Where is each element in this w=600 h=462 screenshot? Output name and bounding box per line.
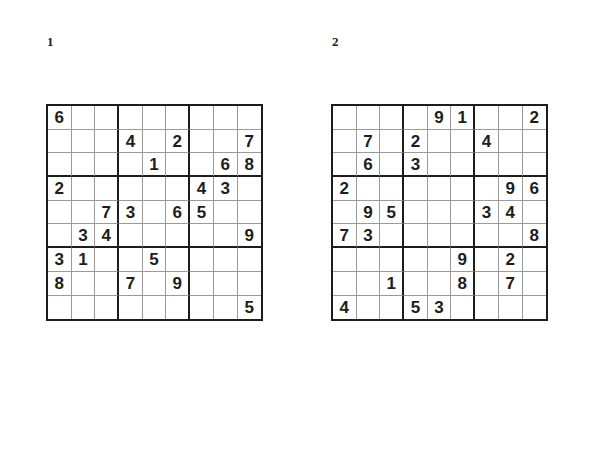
puzzle-2-cell-r3c2: 6	[357, 153, 381, 177]
puzzle-2-cell-r6c9: 8	[523, 224, 547, 248]
puzzle-2-cell-r9c1: 4	[333, 296, 357, 320]
puzzle-1-cell-r1c3	[95, 106, 119, 130]
puzzle-1-cell-r2c1	[48, 130, 72, 154]
puzzle-1-cell-r8c1: 8	[48, 272, 72, 296]
puzzle-2-cell-r5c5	[428, 201, 452, 225]
puzzle-1-cell-r3c2	[72, 153, 96, 177]
puzzle-2-cell-r2c6	[451, 130, 475, 154]
puzzle-2-cell-r1c8	[499, 106, 523, 130]
puzzle-1-cell-r4c8: 3	[214, 177, 238, 201]
puzzle-2-cell-r3c1	[333, 153, 357, 177]
puzzle-1-cell-r7c6	[166, 248, 190, 272]
puzzle-1-cell-r9c1	[48, 296, 72, 320]
puzzle-1-cell-r2c9: 7	[238, 130, 262, 154]
puzzle-1-cell-r8c8	[214, 272, 238, 296]
puzzle-2-cell-r7c8: 2	[499, 248, 523, 272]
puzzle-1-cell-r3c6	[166, 153, 190, 177]
puzzle-2-cell-r1c6: 1	[451, 106, 475, 130]
puzzle-1-cell-r8c6: 9	[166, 272, 190, 296]
sudoku-page: 1 642716824373653493158795 2 91272463296…	[0, 0, 600, 462]
puzzle-2-cell-r8c1	[333, 272, 357, 296]
puzzle-1-cell-r8c3	[95, 272, 119, 296]
puzzle-1-cell-r4c4	[119, 177, 143, 201]
puzzle-1-cell-r6c5	[143, 224, 167, 248]
puzzle-1-grid: 642716824373653493158795	[46, 104, 263, 321]
puzzle-1: 1 642716824373653493158795	[46, 34, 263, 321]
puzzle-2-cell-r5c7: 3	[475, 201, 499, 225]
puzzle-2-cell-r5c8: 4	[499, 201, 523, 225]
puzzle-2-cell-r9c9	[523, 296, 547, 320]
puzzle-2-cell-r7c2	[357, 248, 381, 272]
puzzle-1-cell-r3c3	[95, 153, 119, 177]
puzzle-2-cell-r4c7	[475, 177, 499, 201]
puzzle-1-cell-r2c4: 4	[119, 130, 143, 154]
puzzle-2-cell-r7c9	[523, 248, 547, 272]
puzzle-2-cell-r9c8	[499, 296, 523, 320]
puzzle-1-cell-r9c6	[166, 296, 190, 320]
puzzle-2-cell-r3c9	[523, 153, 547, 177]
puzzle-2-cell-r7c3	[380, 248, 404, 272]
puzzle-1-cell-r6c3: 4	[95, 224, 119, 248]
puzzle-2-cell-r4c6	[451, 177, 475, 201]
puzzle-2-cell-r7c7	[475, 248, 499, 272]
puzzle-1-cell-r2c3	[95, 130, 119, 154]
puzzle-2-cell-r7c5	[428, 248, 452, 272]
puzzle-1-cell-r7c8	[214, 248, 238, 272]
puzzle-1-cell-r6c1	[48, 224, 72, 248]
puzzle-2-cell-r5c3: 5	[380, 201, 404, 225]
puzzle-2-cell-r6c5	[428, 224, 452, 248]
puzzle-2-cell-r6c8	[499, 224, 523, 248]
puzzle-2-cell-r1c5: 9	[428, 106, 452, 130]
puzzle-2-cell-r3c5	[428, 153, 452, 177]
puzzle-1-cell-r4c2	[72, 177, 96, 201]
puzzle-1-cell-r5c6: 6	[166, 201, 190, 225]
puzzle-1-cell-r8c5	[143, 272, 167, 296]
puzzle-2-cell-r4c2	[357, 177, 381, 201]
puzzle-1-cell-r3c1	[48, 153, 72, 177]
puzzle-1-cell-r2c2	[72, 130, 96, 154]
puzzle-2-cell-r2c5	[428, 130, 452, 154]
puzzle-1-cell-r5c1	[48, 201, 72, 225]
puzzle-1-cell-r5c3: 7	[95, 201, 119, 225]
puzzle-2-cell-r7c4	[404, 248, 428, 272]
puzzle-1-cell-r6c7	[190, 224, 214, 248]
puzzle-2-cell-r8c3: 1	[380, 272, 404, 296]
puzzle-1-cell-r6c4	[119, 224, 143, 248]
puzzle-2-cell-r6c2: 3	[357, 224, 381, 248]
puzzle-2-cell-r8c5	[428, 272, 452, 296]
puzzle-1-cell-r1c5	[143, 106, 167, 130]
puzzle-1-cell-r3c8: 6	[214, 153, 238, 177]
puzzle-1-cell-r4c1: 2	[48, 177, 72, 201]
puzzle-1-cell-r3c9: 8	[238, 153, 262, 177]
puzzle-2-cell-r6c3	[380, 224, 404, 248]
puzzle-1-cell-r9c2	[72, 296, 96, 320]
puzzle-1-cell-r4c9	[238, 177, 262, 201]
puzzle-1-cell-r7c7	[190, 248, 214, 272]
puzzle-1-cell-r1c7	[190, 106, 214, 130]
puzzle-2-cell-r8c7	[475, 272, 499, 296]
puzzle-2-cell-r5c2: 9	[357, 201, 381, 225]
puzzle-1-cell-r6c8	[214, 224, 238, 248]
puzzle-2-cell-r6c7	[475, 224, 499, 248]
puzzle-1-cell-r2c7	[190, 130, 214, 154]
puzzle-1-cell-r9c5	[143, 296, 167, 320]
puzzle-2-cell-r1c2	[357, 106, 381, 130]
puzzle-1-cell-r8c7	[190, 272, 214, 296]
puzzle-2-cell-r2c7: 4	[475, 130, 499, 154]
puzzle-2-cell-r2c1	[333, 130, 357, 154]
puzzle-1-number: 1	[47, 34, 263, 48]
puzzle-1-cell-r1c9	[238, 106, 262, 130]
puzzle-2-cell-r1c9: 2	[523, 106, 547, 130]
puzzle-2-number: 2	[332, 34, 548, 48]
puzzle-2-cell-r3c7	[475, 153, 499, 177]
puzzle-1-cell-r3c7	[190, 153, 214, 177]
puzzle-1-cell-r5c2	[72, 201, 96, 225]
puzzle-1-cell-r9c3	[95, 296, 119, 320]
puzzle-1-cell-r7c5: 5	[143, 248, 167, 272]
puzzle-2-cell-r4c3	[380, 177, 404, 201]
puzzle-2-cell-r4c5	[428, 177, 452, 201]
puzzle-2-cell-r2c9	[523, 130, 547, 154]
puzzle-1-cell-r7c1: 3	[48, 248, 72, 272]
puzzle-1-cell-r4c7: 4	[190, 177, 214, 201]
puzzle-1-cell-r9c9: 5	[238, 296, 262, 320]
puzzle-2-cell-r5c9	[523, 201, 547, 225]
puzzle-1-cell-r5c9	[238, 201, 262, 225]
puzzle-2-cell-r8c6: 8	[451, 272, 475, 296]
puzzle-1-cell-r7c4	[119, 248, 143, 272]
puzzle-2-cell-r9c2	[357, 296, 381, 320]
puzzle-1-cell-r7c3	[95, 248, 119, 272]
puzzle-1-cell-r9c8	[214, 296, 238, 320]
puzzle-1-cell-r6c9: 9	[238, 224, 262, 248]
puzzle-2-cell-r6c1: 7	[333, 224, 357, 248]
puzzle-1-cell-r5c7: 5	[190, 201, 214, 225]
puzzle-1-cell-r8c9	[238, 272, 262, 296]
puzzle-1-cell-r1c6	[166, 106, 190, 130]
puzzle-2-cell-r4c1: 2	[333, 177, 357, 201]
puzzle-1-cell-r1c4	[119, 106, 143, 130]
puzzle-2-cell-r9c4: 5	[404, 296, 428, 320]
puzzle-2-cell-r9c5: 3	[428, 296, 452, 320]
puzzle-2-cell-r7c6: 9	[451, 248, 475, 272]
puzzle-2: 2 91272463296953473892187453	[331, 34, 548, 321]
puzzle-2-cell-r1c1	[333, 106, 357, 130]
puzzle-2-cell-r8c9	[523, 272, 547, 296]
puzzle-1-cell-r2c6: 2	[166, 130, 190, 154]
puzzle-2-cell-r7c1	[333, 248, 357, 272]
puzzle-2-cell-r4c9: 6	[523, 177, 547, 201]
puzzle-1-cell-r6c2: 3	[72, 224, 96, 248]
puzzle-1-cell-r7c2: 1	[72, 248, 96, 272]
puzzle-2-cell-r8c4	[404, 272, 428, 296]
puzzle-2-cell-r1c3	[380, 106, 404, 130]
puzzle-2-cell-r9c6	[451, 296, 475, 320]
puzzle-1-cell-r2c5	[143, 130, 167, 154]
puzzle-1-cell-r9c7	[190, 296, 214, 320]
puzzle-2-cell-r2c3	[380, 130, 404, 154]
puzzle-2-cell-r1c7	[475, 106, 499, 130]
puzzle-1-cell-r9c4	[119, 296, 143, 320]
puzzle-1-cell-r4c3	[95, 177, 119, 201]
puzzle-2-cell-r9c7	[475, 296, 499, 320]
puzzle-1-cell-r3c4	[119, 153, 143, 177]
puzzle-2-cell-r4c4	[404, 177, 428, 201]
puzzle-2-cell-r2c8	[499, 130, 523, 154]
puzzle-1-cell-r1c1: 6	[48, 106, 72, 130]
puzzle-1-cell-r8c2	[72, 272, 96, 296]
puzzle-1-cell-r2c8	[214, 130, 238, 154]
puzzle-2-cell-r2c2: 7	[357, 130, 381, 154]
puzzle-2-cell-r3c8	[499, 153, 523, 177]
puzzle-2-cell-r1c4	[404, 106, 428, 130]
puzzle-2-cell-r2c4: 2	[404, 130, 428, 154]
puzzle-1-cell-r4c6	[166, 177, 190, 201]
puzzle-1-cell-r1c8	[214, 106, 238, 130]
puzzle-2-cell-r6c4	[404, 224, 428, 248]
puzzle-2-cell-r3c3	[380, 153, 404, 177]
puzzle-2-cell-r5c4	[404, 201, 428, 225]
puzzle-2-cell-r5c1	[333, 201, 357, 225]
puzzle-2-cell-r3c6	[451, 153, 475, 177]
puzzle-2-cell-r3c4: 3	[404, 153, 428, 177]
puzzle-2-cell-r9c3	[380, 296, 404, 320]
puzzle-1-cell-r5c8	[214, 201, 238, 225]
puzzle-1-cell-r7c9	[238, 248, 262, 272]
puzzle-1-cell-r6c6	[166, 224, 190, 248]
puzzle-1-cell-r8c4: 7	[119, 272, 143, 296]
puzzle-2-cell-r8c8: 7	[499, 272, 523, 296]
puzzle-2-cell-r5c6	[451, 201, 475, 225]
puzzle-1-cell-r4c5	[143, 177, 167, 201]
puzzle-2-grid: 91272463296953473892187453	[331, 104, 548, 321]
puzzle-1-cell-r5c4: 3	[119, 201, 143, 225]
puzzle-1-cell-r1c2	[72, 106, 96, 130]
puzzle-2-cell-r8c2	[357, 272, 381, 296]
puzzle-1-cell-r3c5: 1	[143, 153, 167, 177]
puzzle-1-cell-r5c5	[143, 201, 167, 225]
puzzle-2-cell-r4c8: 9	[499, 177, 523, 201]
puzzle-2-cell-r6c6	[451, 224, 475, 248]
